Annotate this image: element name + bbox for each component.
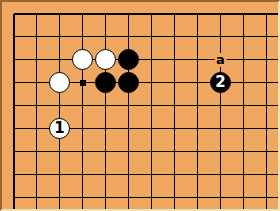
intersection-6-6 bbox=[140, 140, 163, 163]
intersection-5-6 bbox=[117, 140, 140, 163]
intersection-4-5 bbox=[94, 117, 117, 140]
intersection-2-8 bbox=[48, 186, 71, 209]
intersection-7-6 bbox=[163, 140, 186, 163]
intersection-9-5 bbox=[209, 117, 232, 140]
intersection-0-2 bbox=[2, 48, 25, 71]
intersection-3-7 bbox=[71, 163, 94, 186]
intersection-10-1 bbox=[232, 25, 255, 48]
go-diagram: a21 bbox=[0, 0, 280, 211]
intersection-7-5 bbox=[163, 117, 186, 140]
intersection-6-1 bbox=[140, 25, 163, 48]
intersection-11-3 bbox=[255, 71, 278, 94]
intersection-2-3 bbox=[48, 71, 71, 94]
intersection-7-0 bbox=[163, 2, 186, 25]
intersection-11-0 bbox=[255, 2, 278, 25]
intersection-10-7 bbox=[232, 163, 255, 186]
intersection-11-4 bbox=[255, 94, 278, 117]
intersection-10-4 bbox=[232, 94, 255, 117]
intersection-3-5 bbox=[71, 117, 94, 140]
intersection-7-2 bbox=[163, 48, 186, 71]
intersection-7-1 bbox=[163, 25, 186, 48]
intersection-11-7 bbox=[255, 163, 278, 186]
intersection-5-8 bbox=[117, 186, 140, 209]
intersection-2-2 bbox=[48, 48, 71, 71]
intersection-7-7 bbox=[163, 163, 186, 186]
intersection-4-8 bbox=[94, 186, 117, 209]
intersection-6-4 bbox=[140, 94, 163, 117]
intersection-11-8 bbox=[255, 186, 278, 209]
go-board-grid: a21 bbox=[2, 2, 278, 209]
point-label-a: a bbox=[214, 52, 227, 66]
black-stone bbox=[118, 49, 139, 70]
white-stone bbox=[95, 49, 116, 70]
intersection-3-6 bbox=[71, 140, 94, 163]
intersection-1-2 bbox=[25, 48, 48, 71]
intersection-9-3: 2 bbox=[209, 71, 232, 94]
intersection-9-8 bbox=[209, 186, 232, 209]
intersection-1-8 bbox=[25, 186, 48, 209]
intersection-8-3 bbox=[186, 71, 209, 94]
intersection-0-8 bbox=[2, 186, 25, 209]
intersection-2-5: 1 bbox=[48, 117, 71, 140]
intersection-10-6 bbox=[232, 140, 255, 163]
intersection-1-3 bbox=[25, 71, 48, 94]
intersection-6-5 bbox=[140, 117, 163, 140]
intersection-0-7 bbox=[2, 163, 25, 186]
intersection-9-6 bbox=[209, 140, 232, 163]
intersection-3-0 bbox=[71, 2, 94, 25]
intersection-0-5 bbox=[2, 117, 25, 140]
intersection-8-1 bbox=[186, 25, 209, 48]
intersection-11-6 bbox=[255, 140, 278, 163]
intersection-4-1 bbox=[94, 25, 117, 48]
intersection-3-1 bbox=[71, 25, 94, 48]
intersection-5-0 bbox=[117, 2, 140, 25]
intersection-1-6 bbox=[25, 140, 48, 163]
intersection-6-0 bbox=[140, 2, 163, 25]
intersection-2-4 bbox=[48, 94, 71, 117]
intersection-3-3 bbox=[71, 71, 94, 94]
intersection-7-4 bbox=[163, 94, 186, 117]
intersection-2-0 bbox=[48, 2, 71, 25]
intersection-7-8 bbox=[163, 186, 186, 209]
intersection-9-1 bbox=[209, 25, 232, 48]
intersection-6-2 bbox=[140, 48, 163, 71]
intersection-8-2 bbox=[186, 48, 209, 71]
intersection-11-2 bbox=[255, 48, 278, 71]
white-stone bbox=[49, 72, 70, 93]
move-1-white-stone: 1 bbox=[49, 118, 70, 139]
intersection-0-6 bbox=[2, 140, 25, 163]
intersection-6-3 bbox=[140, 71, 163, 94]
intersection-5-4 bbox=[117, 94, 140, 117]
intersection-2-6 bbox=[48, 140, 71, 163]
black-stone bbox=[95, 72, 116, 93]
intersection-1-0 bbox=[25, 2, 48, 25]
move-2-black-stone: 2 bbox=[210, 72, 231, 93]
intersection-6-7 bbox=[140, 163, 163, 186]
intersection-1-7 bbox=[25, 163, 48, 186]
intersection-9-7 bbox=[209, 163, 232, 186]
intersection-4-7 bbox=[94, 163, 117, 186]
intersection-8-8 bbox=[186, 186, 209, 209]
intersection-8-6 bbox=[186, 140, 209, 163]
intersection-11-5 bbox=[255, 117, 278, 140]
intersection-8-5 bbox=[186, 117, 209, 140]
intersection-2-7 bbox=[48, 163, 71, 186]
intersection-10-2 bbox=[232, 48, 255, 71]
intersection-9-0 bbox=[209, 2, 232, 25]
intersection-4-2 bbox=[94, 48, 117, 71]
intersection-4-4 bbox=[94, 94, 117, 117]
intersection-5-2 bbox=[117, 48, 140, 71]
intersection-5-3 bbox=[117, 71, 140, 94]
intersection-9-4 bbox=[209, 94, 232, 117]
intersection-7-3 bbox=[163, 71, 186, 94]
intersection-8-7 bbox=[186, 163, 209, 186]
black-stone bbox=[118, 72, 139, 93]
intersection-10-5 bbox=[232, 117, 255, 140]
intersection-9-2: a bbox=[209, 48, 232, 71]
intersection-1-5 bbox=[25, 117, 48, 140]
intersection-10-8 bbox=[232, 186, 255, 209]
intersection-0-4 bbox=[2, 94, 25, 117]
intersection-10-0 bbox=[232, 2, 255, 25]
intersection-5-7 bbox=[117, 163, 140, 186]
intersection-0-1 bbox=[2, 25, 25, 48]
intersection-4-6 bbox=[94, 140, 117, 163]
intersection-5-1 bbox=[117, 25, 140, 48]
intersection-3-2 bbox=[71, 48, 94, 71]
white-stone bbox=[72, 49, 93, 70]
intersection-6-8 bbox=[140, 186, 163, 209]
intersection-3-8 bbox=[71, 186, 94, 209]
intersection-4-0 bbox=[94, 2, 117, 25]
intersection-11-1 bbox=[255, 25, 278, 48]
intersection-2-1 bbox=[48, 25, 71, 48]
intersection-0-0 bbox=[2, 2, 25, 25]
intersection-0-3 bbox=[2, 71, 25, 94]
intersection-8-4 bbox=[186, 94, 209, 117]
intersection-1-1 bbox=[25, 25, 48, 48]
intersection-10-3 bbox=[232, 71, 255, 94]
intersection-1-4 bbox=[25, 94, 48, 117]
intersection-5-5 bbox=[117, 117, 140, 140]
intersection-3-4 bbox=[71, 94, 94, 117]
intersection-8-0 bbox=[186, 2, 209, 25]
intersection-4-3 bbox=[94, 71, 117, 94]
hoshi-marker bbox=[80, 80, 86, 86]
